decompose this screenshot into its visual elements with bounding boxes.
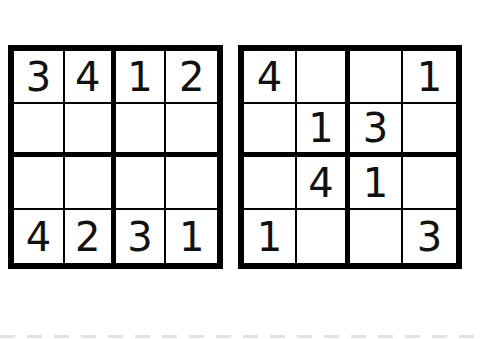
right-puzzle-cell-r1c2[interactable] — [297, 51, 350, 104]
right-puzzle-cell-r4c2[interactable] — [297, 210, 350, 263]
left-puzzle-cell-r1c3: 1 — [116, 51, 167, 104]
left-puzzle-cell-r3c4[interactable] — [166, 157, 217, 210]
right-puzzle-cell-r4c1: 1 — [244, 210, 297, 263]
left-puzzle-cell-r4c3: 3 — [116, 210, 167, 263]
cutoff-content-dashes — [0, 335, 480, 338]
left-puzzle-cell-r2c3[interactable] — [116, 104, 167, 157]
right-board: 41134113 — [238, 45, 462, 269]
right-puzzle-cell-r4c4: 3 — [403, 210, 456, 263]
right-board-grid: 41134113 — [244, 51, 456, 263]
left-board: 34124231 — [8, 45, 223, 269]
right-puzzle-cell-r1c4: 1 — [403, 51, 456, 104]
left-puzzle-cell-r2c4[interactable] — [166, 104, 217, 157]
right-puzzle-cell-r3c4[interactable] — [403, 157, 456, 210]
sudoku-worksheet: 34124231 41134113 — [0, 0, 480, 339]
left-puzzle-cell-r2c2[interactable] — [65, 104, 116, 157]
right-puzzle-cell-r3c3: 1 — [350, 157, 403, 210]
right-puzzle-cell-r2c3: 3 — [350, 104, 403, 157]
right-puzzle-cell-r3c2: 4 — [297, 157, 350, 210]
left-puzzle-cell-r2c1[interactable] — [14, 104, 65, 157]
left-puzzle-cell-r4c2: 2 — [65, 210, 116, 263]
left-puzzle-cell-r1c1: 3 — [14, 51, 65, 104]
right-puzzle-cell-r1c1: 4 — [244, 51, 297, 104]
right-puzzle-cell-r2c1[interactable] — [244, 104, 297, 157]
right-puzzle-cell-r4c3[interactable] — [350, 210, 403, 263]
right-puzzle-cell-r2c4[interactable] — [403, 104, 456, 157]
left-board-grid: 34124231 — [14, 51, 217, 263]
left-puzzle-cell-r3c2[interactable] — [65, 157, 116, 210]
right-puzzle-cell-r3c1[interactable] — [244, 157, 297, 210]
left-puzzle-cell-r3c3[interactable] — [116, 157, 167, 210]
left-puzzle-cell-r1c2: 4 — [65, 51, 116, 104]
left-puzzle-cell-r4c1: 4 — [14, 210, 65, 263]
right-puzzle-cell-r2c2: 1 — [297, 104, 350, 157]
left-puzzle-cell-r4c4: 1 — [166, 210, 217, 263]
left-puzzle-cell-r1c4: 2 — [166, 51, 217, 104]
right-puzzle-cell-r1c3[interactable] — [350, 51, 403, 104]
left-puzzle-cell-r3c1[interactable] — [14, 157, 65, 210]
